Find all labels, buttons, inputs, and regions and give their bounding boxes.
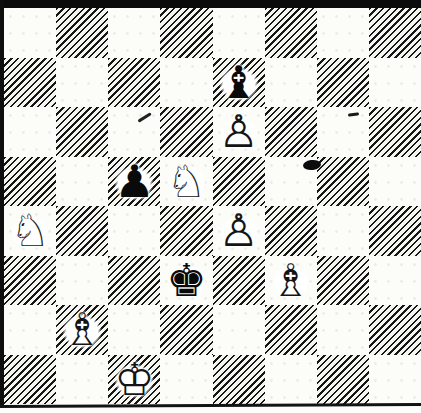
square-f6 (265, 107, 317, 157)
square-d2 (160, 305, 212, 355)
square-b6 (56, 107, 108, 157)
square-d5: ♘ (160, 157, 212, 207)
square-e6: ♙ (213, 107, 265, 157)
square-c7 (108, 58, 160, 108)
square-a8 (4, 8, 56, 58)
square-c8 (108, 8, 160, 58)
white-pawn: ♙ (213, 206, 265, 256)
square-h5 (369, 157, 421, 207)
square-b1 (56, 355, 108, 405)
square-e7: ♝ (213, 58, 265, 108)
square-b5 (56, 157, 108, 207)
square-d8 (160, 8, 212, 58)
black-king: ♚ (160, 256, 212, 306)
white-bishop: ♗ (56, 305, 108, 355)
square-c5: ♟ (108, 157, 160, 207)
square-g5 (317, 157, 369, 207)
square-f7 (265, 58, 317, 108)
white-king: ♔ (108, 355, 160, 405)
white-pawn: ♙ (213, 107, 265, 157)
square-d6 (160, 107, 212, 157)
square-g4 (317, 206, 369, 256)
square-e1 (213, 355, 265, 405)
square-c6 (108, 107, 160, 157)
square-h4 (369, 206, 421, 256)
chess-diagram: ♝♙♟♘♘♙♚♗♗♔ (0, 0, 421, 413)
square-g3 (317, 256, 369, 306)
square-a4: ♘ (4, 206, 56, 256)
square-f8 (265, 8, 317, 58)
square-g8 (317, 8, 369, 58)
square-h2 (369, 305, 421, 355)
square-b8 (56, 8, 108, 58)
white-knight: ♘ (4, 206, 56, 256)
square-a7 (4, 58, 56, 108)
square-g7 (317, 58, 369, 108)
square-e4: ♙ (213, 206, 265, 256)
square-a1 (4, 355, 56, 405)
square-a3 (4, 256, 56, 306)
square-b2: ♗ (56, 305, 108, 355)
square-d1 (160, 355, 212, 405)
square-b4 (56, 206, 108, 256)
square-g1 (317, 355, 369, 405)
square-a6 (4, 107, 56, 157)
square-a2 (4, 305, 56, 355)
square-e8 (213, 8, 265, 58)
square-c4 (108, 206, 160, 256)
square-f3: ♗ (265, 256, 317, 306)
board-border-top (0, 0, 421, 8)
square-c1: ♔ (108, 355, 160, 405)
square-d4 (160, 206, 212, 256)
square-c3 (108, 256, 160, 306)
square-b3 (56, 256, 108, 306)
chess-board: ♝♙♟♘♘♙♚♗♗♔ (4, 8, 421, 404)
square-g6 (317, 107, 369, 157)
square-e5 (213, 157, 265, 207)
white-knight: ♘ (160, 157, 212, 207)
square-h7 (369, 58, 421, 108)
square-a5 (4, 157, 56, 207)
square-h6 (369, 107, 421, 157)
square-d7 (160, 58, 212, 108)
square-c2 (108, 305, 160, 355)
square-e2 (213, 305, 265, 355)
white-bishop: ♗ (265, 256, 317, 306)
square-h8 (369, 8, 421, 58)
black-pawn: ♟ (108, 157, 160, 207)
square-g2 (317, 305, 369, 355)
square-h3 (369, 256, 421, 306)
square-f4 (265, 206, 317, 256)
square-e3 (213, 256, 265, 306)
board-border-left (0, 0, 4, 407)
square-f1 (265, 355, 317, 405)
black-bishop: ♝ (213, 58, 265, 108)
square-f2 (265, 305, 317, 355)
square-b7 (56, 58, 108, 108)
square-h1 (369, 355, 421, 405)
square-d3: ♚ (160, 256, 212, 306)
board-border-bottom (0, 403, 421, 408)
